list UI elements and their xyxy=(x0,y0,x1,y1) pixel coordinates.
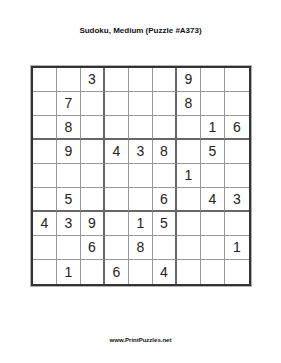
cell-r4c4: 4 xyxy=(105,140,129,164)
cell-r8c6[interactable] xyxy=(153,236,177,260)
cell-r4c9[interactable] xyxy=(225,140,249,164)
cell-r3c1[interactable] xyxy=(33,116,57,140)
cell-r3c9: 6 xyxy=(225,116,249,140)
cell-r3c4[interactable] xyxy=(105,116,129,140)
cell-r7c8[interactable] xyxy=(201,212,225,236)
cell-r7c7[interactable] xyxy=(177,212,201,236)
cell-r5c5[interactable] xyxy=(129,164,153,188)
cell-r5c8[interactable] xyxy=(201,164,225,188)
footer-url: www.PrintPuzzles.net xyxy=(0,337,281,343)
cell-r1c4[interactable] xyxy=(105,68,129,92)
cell-r3c3[interactable] xyxy=(81,116,105,140)
cell-r9c5[interactable] xyxy=(129,260,153,284)
cell-r5c4[interactable] xyxy=(105,164,129,188)
cell-r7c4[interactable] xyxy=(105,212,129,236)
cell-r2c3[interactable] xyxy=(81,92,105,116)
cell-r6c6: 6 xyxy=(153,188,177,212)
cell-r8c3: 6 xyxy=(81,236,105,260)
cell-r8c8[interactable] xyxy=(201,236,225,260)
cell-r7c1: 4 xyxy=(33,212,57,236)
cell-r3c2: 8 xyxy=(57,116,81,140)
cell-r5c9[interactable] xyxy=(225,164,249,188)
cell-r9c4: 6 xyxy=(105,260,129,284)
cell-r7c3: 9 xyxy=(81,212,105,236)
cell-r2c4[interactable] xyxy=(105,92,129,116)
sudoku-board: 3978816943851564343915681164 xyxy=(31,66,251,286)
cell-r6c1[interactable] xyxy=(33,188,57,212)
cell-r4c2: 9 xyxy=(57,140,81,164)
cell-r2c5[interactable] xyxy=(129,92,153,116)
cell-r5c6[interactable] xyxy=(153,164,177,188)
cell-r2c2: 7 xyxy=(57,92,81,116)
cell-r6c5[interactable] xyxy=(129,188,153,212)
cell-r9c8[interactable] xyxy=(201,260,225,284)
cell-r4c7[interactable] xyxy=(177,140,201,164)
cell-r2c1[interactable] xyxy=(33,92,57,116)
cell-r6c2: 5 xyxy=(57,188,81,212)
cell-r1c8[interactable] xyxy=(201,68,225,92)
cell-r1c5[interactable] xyxy=(129,68,153,92)
cell-r9c7[interactable] xyxy=(177,260,201,284)
cell-r8c4[interactable] xyxy=(105,236,129,260)
cell-r3c6[interactable] xyxy=(153,116,177,140)
cell-r4c1[interactable] xyxy=(33,140,57,164)
cell-r7c5: 1 xyxy=(129,212,153,236)
page-title: Sudoku, Medium (Puzzle #A373) xyxy=(0,26,281,35)
cell-r2c7: 8 xyxy=(177,92,201,116)
cell-r8c9: 1 xyxy=(225,236,249,260)
cell-r5c3[interactable] xyxy=(81,164,105,188)
cell-r4c8: 5 xyxy=(201,140,225,164)
cell-r1c1[interactable] xyxy=(33,68,57,92)
cell-r6c4[interactable] xyxy=(105,188,129,212)
cell-r6c3[interactable] xyxy=(81,188,105,212)
cell-r1c3: 3 xyxy=(81,68,105,92)
cell-r6c7[interactable] xyxy=(177,188,201,212)
cell-r6c9: 3 xyxy=(225,188,249,212)
cell-r3c7[interactable] xyxy=(177,116,201,140)
cell-r1c7: 9 xyxy=(177,68,201,92)
cell-r2c8[interactable] xyxy=(201,92,225,116)
cell-r8c2[interactable] xyxy=(57,236,81,260)
cell-r9c1[interactable] xyxy=(33,260,57,284)
cell-r4c6: 8 xyxy=(153,140,177,164)
cell-r3c8: 1 xyxy=(201,116,225,140)
cell-r4c3[interactable] xyxy=(81,140,105,164)
cell-r3c5[interactable] xyxy=(129,116,153,140)
cell-r7c2: 3 xyxy=(57,212,81,236)
cell-r5c7: 1 xyxy=(177,164,201,188)
cell-r8c7[interactable] xyxy=(177,236,201,260)
cell-r5c1[interactable] xyxy=(33,164,57,188)
cell-r2c9[interactable] xyxy=(225,92,249,116)
cell-r1c2[interactable] xyxy=(57,68,81,92)
cell-r6c8: 4 xyxy=(201,188,225,212)
cell-r5c2[interactable] xyxy=(57,164,81,188)
cell-r4c5: 3 xyxy=(129,140,153,164)
cell-r1c9[interactable] xyxy=(225,68,249,92)
cell-r8c1[interactable] xyxy=(33,236,57,260)
cell-r9c2: 1 xyxy=(57,260,81,284)
cell-r7c6: 5 xyxy=(153,212,177,236)
cell-r9c6: 4 xyxy=(153,260,177,284)
cell-r8c5: 8 xyxy=(129,236,153,260)
cell-r9c3[interactable] xyxy=(81,260,105,284)
cell-r2c6[interactable] xyxy=(153,92,177,116)
cell-r1c6[interactable] xyxy=(153,68,177,92)
cell-r7c9[interactable] xyxy=(225,212,249,236)
sudoku-page: Sudoku, Medium (Puzzle #A373) 3978816943… xyxy=(0,0,281,363)
cell-r9c9[interactable] xyxy=(225,260,249,284)
